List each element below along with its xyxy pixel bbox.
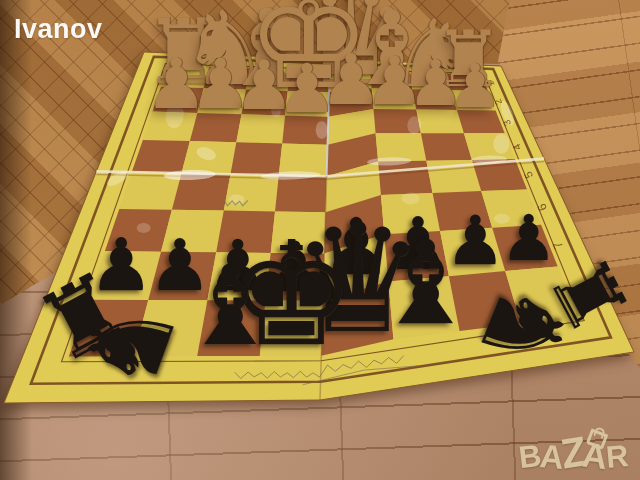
- board-square: [246, 68, 290, 91]
- scuff-mark: [316, 121, 328, 139]
- file-label: C: [386, 64, 392, 73]
- file-label: D: [347, 63, 353, 72]
- file-label: G: [228, 59, 234, 68]
- board-square: [161, 65, 209, 88]
- board-square: [236, 114, 285, 143]
- scuff-mark: [429, 78, 439, 92]
- board-square: [384, 231, 449, 282]
- scuff-mark: [327, 258, 345, 268]
- board-square: [266, 253, 325, 301]
- scuff-mark: [494, 214, 510, 224]
- file-label: E: [308, 62, 313, 71]
- logo-letter: R: [605, 444, 629, 471]
- board-square: [288, 70, 330, 93]
- board-square: [197, 88, 246, 114]
- board-square: [231, 142, 283, 175]
- chessboard: 12345678HGFEDCBA: [0, 0, 640, 480]
- board-square: [285, 91, 329, 117]
- board-square: [207, 252, 270, 300]
- board-square: [376, 133, 427, 161]
- board-square: [275, 175, 327, 212]
- board-square: [388, 276, 459, 339]
- scuff-mark: [352, 86, 364, 102]
- board-square: [190, 113, 242, 142]
- scuff-mark: [493, 134, 509, 154]
- board-square: [260, 301, 323, 356]
- file-label: H: [188, 58, 194, 67]
- board-square: [279, 144, 328, 177]
- board-square: [197, 300, 265, 356]
- file-label: B: [424, 66, 429, 75]
- scuff-mark: [402, 192, 420, 204]
- board-square: [216, 211, 275, 253]
- bazar-logo-watermark: B A Z A R: [519, 436, 628, 470]
- photo-of-chess-set: 12345678HGFEDCBA ♜♞♝♛♚♝♞♜♟♟♟♟♟♟♟♟♟♟♟♟♟♟♟…: [0, 0, 640, 480]
- board-square: [416, 110, 464, 134]
- board-square: [421, 133, 472, 161]
- photographer-watermark: Ivanov: [14, 14, 103, 45]
- file-label: A: [459, 67, 464, 76]
- board-square: [372, 88, 417, 109]
- board-square: [446, 73, 488, 91]
- board-square: [161, 210, 224, 253]
- board-square: [271, 212, 326, 254]
- scuff-mark: [271, 102, 281, 118]
- scuff-mark: [137, 223, 151, 233]
- file-label: F: [268, 61, 273, 70]
- board-square: [224, 174, 279, 211]
- board-square: [412, 89, 457, 110]
- board-square: [378, 161, 433, 195]
